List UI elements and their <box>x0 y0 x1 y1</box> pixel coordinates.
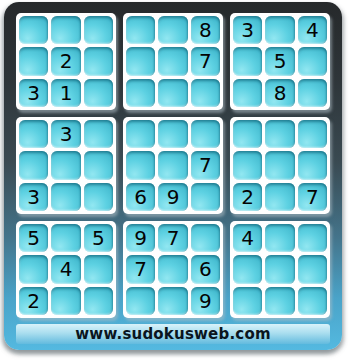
cell-r2c2[interactable]: 2 <box>51 47 80 75</box>
sudoku-widget: 23187345833769275542977694 www.sudokuswe… <box>0 0 350 360</box>
cell-r4c3[interactable] <box>84 120 113 148</box>
cell-r7c7[interactable]: 4 <box>233 224 262 252</box>
cell-r5c5[interactable] <box>158 151 187 179</box>
cell-r8c9[interactable] <box>298 255 327 283</box>
box-2: 87 <box>123 13 223 110</box>
box-8: 97769 <box>123 221 223 318</box>
cell-r7c6[interactable] <box>191 224 220 252</box>
cell-r5c7[interactable] <box>233 151 262 179</box>
cell-r8c5[interactable] <box>158 255 187 283</box>
cell-r1c7[interactable]: 3 <box>233 16 262 44</box>
cell-r9c7[interactable] <box>233 287 262 315</box>
cell-r4c4[interactable] <box>126 120 155 148</box>
cell-r1c8[interactable] <box>265 16 294 44</box>
cell-r3c8[interactable]: 8 <box>265 79 294 107</box>
cell-r7c5[interactable]: 7 <box>158 224 187 252</box>
box-4: 33 <box>16 117 116 214</box>
box-9: 4 <box>230 221 330 318</box>
cell-r1c1[interactable] <box>19 16 48 44</box>
cell-r3c4[interactable] <box>126 79 155 107</box>
cell-r7c3[interactable]: 5 <box>84 224 113 252</box>
cell-r6c4[interactable]: 6 <box>126 183 155 211</box>
cell-r1c4[interactable] <box>126 16 155 44</box>
cell-r9c8[interactable] <box>265 287 294 315</box>
cell-r9c4[interactable] <box>126 287 155 315</box>
cell-r9c9[interactable] <box>298 287 327 315</box>
cell-r2c8[interactable]: 5 <box>265 47 294 75</box>
box-7: 5542 <box>16 221 116 318</box>
cell-r8c1[interactable] <box>19 255 48 283</box>
cell-r4c7[interactable] <box>233 120 262 148</box>
cell-r8c6[interactable]: 6 <box>191 255 220 283</box>
cell-r7c4[interactable]: 9 <box>126 224 155 252</box>
cell-r2c5[interactable] <box>158 47 187 75</box>
cell-r5c3[interactable] <box>84 151 113 179</box>
cell-r9c2[interactable] <box>51 287 80 315</box>
cell-r8c3[interactable] <box>84 255 113 283</box>
board-frame: 23187345833769275542977694 www.sudokuswe… <box>4 2 342 350</box>
cell-r2c9[interactable] <box>298 47 327 75</box>
cell-r2c3[interactable] <box>84 47 113 75</box>
cell-r1c5[interactable] <box>158 16 187 44</box>
cell-r3c1[interactable]: 3 <box>19 79 48 107</box>
cell-r3c7[interactable] <box>233 79 262 107</box>
cell-r3c3[interactable] <box>84 79 113 107</box>
cell-r4c1[interactable] <box>19 120 48 148</box>
cell-r7c8[interactable] <box>265 224 294 252</box>
cell-r6c7[interactable]: 2 <box>233 183 262 211</box>
cell-r3c6[interactable] <box>191 79 220 107</box>
cell-r7c2[interactable] <box>51 224 80 252</box>
cell-r9c1[interactable]: 2 <box>19 287 48 315</box>
cell-r1c6[interactable]: 8 <box>191 16 220 44</box>
cell-r9c3[interactable] <box>84 287 113 315</box>
cell-r6c2[interactable] <box>51 183 80 211</box>
sudoku-board: 23187345833769275542977694 <box>16 13 330 318</box>
cell-r8c7[interactable] <box>233 255 262 283</box>
cell-r4c9[interactable] <box>298 120 327 148</box>
box-3: 3458 <box>230 13 330 110</box>
cell-r3c9[interactable] <box>298 79 327 107</box>
box-1: 231 <box>16 13 116 110</box>
cell-r9c6[interactable]: 9 <box>191 287 220 315</box>
cell-r6c1[interactable]: 3 <box>19 183 48 211</box>
cell-r9c5[interactable] <box>158 287 187 315</box>
cell-r7c1[interactable]: 5 <box>19 224 48 252</box>
cell-r4c6[interactable] <box>191 120 220 148</box>
cell-r6c6[interactable] <box>191 183 220 211</box>
cell-r6c5[interactable]: 9 <box>158 183 187 211</box>
cell-r4c2[interactable]: 3 <box>51 120 80 148</box>
cell-r2c4[interactable] <box>126 47 155 75</box>
cell-r2c1[interactable] <box>19 47 48 75</box>
cell-r5c6[interactable]: 7 <box>191 151 220 179</box>
cell-r5c4[interactable] <box>126 151 155 179</box>
cell-r4c5[interactable] <box>158 120 187 148</box>
cell-r8c2[interactable]: 4 <box>51 255 80 283</box>
cell-r8c8[interactable] <box>265 255 294 283</box>
cell-r1c3[interactable] <box>84 16 113 44</box>
cell-r5c9[interactable] <box>298 151 327 179</box>
cell-r7c9[interactable] <box>298 224 327 252</box>
cell-r5c2[interactable] <box>51 151 80 179</box>
cell-r4c8[interactable] <box>265 120 294 148</box>
cell-r3c5[interactable] <box>158 79 187 107</box>
cell-r3c2[interactable]: 1 <box>51 79 80 107</box>
cell-r6c8[interactable] <box>265 183 294 211</box>
cell-r2c7[interactable] <box>233 47 262 75</box>
cell-r5c1[interactable] <box>19 151 48 179</box>
cell-r6c9[interactable]: 7 <box>298 183 327 211</box>
cell-r2c6[interactable]: 7 <box>191 47 220 75</box>
cell-r1c2[interactable] <box>51 16 80 44</box>
cell-r1c9[interactable]: 4 <box>298 16 327 44</box>
cell-r5c8[interactable] <box>265 151 294 179</box>
box-5: 769 <box>123 117 223 214</box>
box-6: 27 <box>230 117 330 214</box>
cell-r6c3[interactable] <box>84 183 113 211</box>
cell-r8c4[interactable]: 7 <box>126 255 155 283</box>
website-link[interactable]: www.sudokusweb.com <box>16 324 330 344</box>
